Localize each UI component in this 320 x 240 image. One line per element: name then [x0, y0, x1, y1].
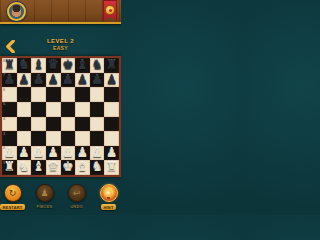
square-b6[interactable]	[17, 87, 32, 102]
square-h6[interactable]	[104, 87, 119, 102]
piece-bp[interactable]: ♟	[4, 73, 15, 86]
piece-bp[interactable]: ♟	[106, 73, 117, 86]
square-g1[interactable]: ♞	[90, 160, 105, 175]
restart-button[interactable]: ↻ RESTART	[0, 184, 25, 210]
rank-label: 5	[3, 102, 5, 106]
square-g2[interactable]: ♟	[90, 146, 105, 161]
chess-board: 8♜♞♝♛♚♝♞♜7♟♟♟♟♟♟♟♟65432♟♟♟♟♟♟♟♟1♜♞♝♛♚♝♞♜	[0, 56, 121, 177]
square-g8[interactable]: ♞	[90, 58, 105, 73]
square-e5[interactable]	[61, 102, 76, 117]
piece-wn[interactable]: ♞	[18, 161, 29, 174]
piece-wr[interactable]: ♜	[4, 161, 15, 174]
rank-label: 3	[3, 132, 5, 136]
medal-icon	[106, 6, 114, 14]
square-d6[interactable]	[46, 87, 61, 102]
achievement-ribbon[interactable]	[103, 0, 117, 21]
square-d4[interactable]	[46, 117, 61, 132]
square-b7[interactable]: ♟	[17, 73, 32, 88]
restart-label: RESTART	[0, 204, 25, 210]
piece-icon[interactable]: ♟	[36, 184, 54, 202]
square-d3[interactable]	[46, 131, 61, 146]
square-g6[interactable]	[90, 87, 105, 102]
square-g4[interactable]	[90, 117, 105, 132]
square-h3[interactable]	[104, 131, 119, 146]
square-c5[interactable]	[31, 102, 46, 117]
square-e4[interactable]	[61, 117, 76, 132]
square-e6[interactable]	[61, 87, 76, 102]
square-f2[interactable]: ♟	[75, 146, 90, 161]
square-c8[interactable]: ♝	[31, 58, 46, 73]
square-a2[interactable]: 2♟	[2, 146, 17, 161]
square-d7[interactable]: ♟	[46, 73, 61, 88]
piece-wk[interactable]: ♚	[62, 161, 73, 174]
square-b3[interactable]	[17, 131, 32, 146]
difficulty-label: EASY	[0, 45, 121, 51]
square-c7[interactable]: ♟	[31, 73, 46, 88]
piece-bp[interactable]: ♟	[48, 73, 59, 86]
square-c6[interactable]	[31, 87, 46, 102]
piece-bk[interactable]: ♚	[62, 59, 73, 72]
square-c3[interactable]	[31, 131, 46, 146]
square-b2[interactable]: ♟	[17, 146, 32, 161]
hint-label: HINT	[101, 204, 116, 210]
square-f1[interactable]: ♝	[75, 160, 90, 175]
undo-button[interactable]: ↩ UNDO	[64, 184, 89, 209]
piece-bn[interactable]: ♞	[18, 59, 29, 72]
square-f6[interactable]	[75, 87, 90, 102]
piece-bp[interactable]: ♟	[33, 73, 44, 86]
square-a8[interactable]: 8♜	[2, 58, 17, 73]
square-a3[interactable]: 3	[2, 131, 17, 146]
square-b8[interactable]: ♞	[17, 58, 32, 73]
piece-wp[interactable]: ♟	[48, 146, 59, 159]
piece-bq[interactable]: ♛	[48, 59, 59, 72]
piece-wr[interactable]: ♜	[106, 161, 117, 174]
square-g7[interactable]: ♟	[90, 73, 105, 88]
square-f3[interactable]	[75, 131, 90, 146]
square-e7[interactable]: ♟	[61, 73, 76, 88]
square-c4[interactable]	[31, 117, 46, 132]
lightbulb-icon	[105, 190, 112, 197]
hint-button[interactable]: HINT	[96, 184, 121, 210]
square-c2[interactable]: ♟	[31, 146, 46, 161]
piece-wp[interactable]: ♟	[77, 146, 88, 159]
square-b5[interactable]	[17, 102, 32, 117]
piece-wq[interactable]: ♛	[48, 161, 59, 174]
restart-icon[interactable]: ↻	[4, 184, 22, 202]
piece-bp[interactable]: ♟	[18, 73, 29, 86]
piece-wp[interactable]: ♟	[18, 146, 29, 159]
piece-wp[interactable]: ♟	[62, 146, 73, 159]
square-d5[interactable]	[46, 102, 61, 117]
level-header: LEVEL 2 EASY	[0, 38, 121, 51]
square-b4[interactable]	[17, 117, 32, 132]
piece-bp[interactable]: ♟	[62, 73, 73, 86]
undo-icon[interactable]: ↩	[68, 184, 86, 202]
player-avatar[interactable]	[7, 2, 26, 21]
square-f7[interactable]: ♟	[75, 73, 90, 88]
square-g3[interactable]	[90, 131, 105, 146]
square-h5[interactable]	[104, 102, 119, 117]
square-a7[interactable]: 7♟	[2, 73, 17, 88]
square-h7[interactable]: ♟	[104, 73, 119, 88]
pieces-button[interactable]: ♟ PIECES	[32, 184, 57, 209]
piece-bp[interactable]: ♟	[91, 73, 102, 86]
square-a1[interactable]: 1♜	[2, 160, 17, 175]
square-d8[interactable]: ♛	[46, 58, 61, 73]
undo-label: UNDO	[70, 204, 83, 209]
square-d2[interactable]: ♟	[46, 146, 61, 161]
piece-bn[interactable]: ♞	[91, 59, 102, 72]
square-c1[interactable]: ♝	[31, 160, 46, 175]
square-e1[interactable]: ♚	[61, 160, 76, 175]
square-a4[interactable]: 4	[2, 117, 17, 132]
piece-wn[interactable]: ♞	[91, 161, 102, 174]
piece-wb[interactable]: ♝	[33, 161, 44, 174]
square-f8[interactable]: ♝	[75, 58, 90, 73]
pieces-label: PIECES	[37, 204, 53, 209]
square-b1[interactable]: ♞	[17, 160, 32, 175]
square-h4[interactable]	[104, 117, 119, 132]
piece-wp[interactable]: ♟	[4, 146, 15, 159]
rank-label: 4	[3, 117, 5, 121]
square-g5[interactable]	[90, 102, 105, 117]
square-e8[interactable]: ♚	[61, 58, 76, 73]
piece-bp[interactable]: ♟	[77, 73, 88, 86]
top-wood-bar	[0, 0, 121, 24]
piece-br[interactable]: ♜	[4, 59, 15, 72]
square-h2[interactable]: ♟	[104, 146, 119, 161]
square-h8[interactable]: ♜	[104, 58, 119, 73]
piece-wb[interactable]: ♝	[77, 161, 88, 174]
piece-br[interactable]: ♜	[106, 59, 117, 72]
square-h1[interactable]: ♜	[104, 160, 119, 175]
square-e2[interactable]: ♟	[61, 146, 76, 161]
square-f5[interactable]	[75, 102, 90, 117]
bottom-toolbar: ↻ RESTART ♟ PIECES ↩ UNDO HINT	[0, 182, 121, 215]
piece-wp[interactable]: ♟	[106, 146, 117, 159]
square-a5[interactable]: 5	[2, 102, 17, 117]
piece-bb[interactable]: ♝	[77, 59, 88, 72]
level-title: LEVEL 2	[0, 38, 121, 44]
square-a6[interactable]: 6	[2, 87, 17, 102]
rank-label: 6	[3, 88, 5, 92]
piece-wp[interactable]: ♟	[91, 146, 102, 159]
square-d1[interactable]: ♛	[46, 160, 61, 175]
square-e3[interactable]	[61, 131, 76, 146]
piece-bb[interactable]: ♝	[33, 59, 44, 72]
chess-app-screen: { "game": "chess", "position": "rnbqkbnr…	[0, 0, 121, 215]
piece-wp[interactable]: ♟	[33, 146, 44, 159]
square-f4[interactable]	[75, 117, 90, 132]
hint-icon[interactable]	[100, 184, 118, 202]
